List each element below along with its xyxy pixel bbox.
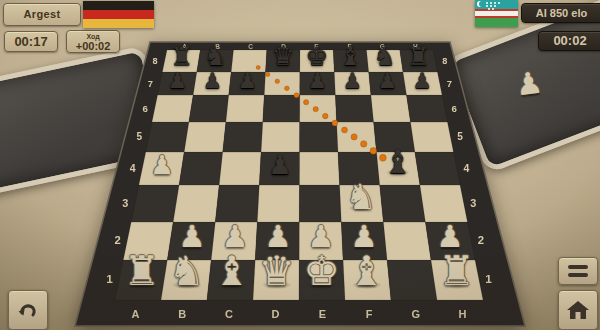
- piece-black-pawn-f7-glyph: ♟: [343, 70, 362, 92]
- undo-arrow-icon: [16, 298, 40, 322]
- move-bonus-badge: Ход +00:02: [66, 30, 120, 53]
- square-c3[interactable]: [215, 185, 259, 222]
- piece-black-king-e8-glyph: ♚: [306, 44, 329, 69]
- move-bonus-value: +00:02: [67, 41, 119, 52]
- square-b4[interactable]: [179, 152, 223, 185]
- file-label-bottom-b: B: [178, 308, 186, 320]
- piece-white-rook-h1-glyph: ♜: [438, 251, 474, 292]
- piece-black-pawn-h7-glyph: ♟: [413, 70, 432, 92]
- file-label-bottom-g: G: [411, 308, 420, 320]
- file-label-bottom-h: H: [458, 308, 466, 320]
- piece-black-pawn-e7-glyph: ♟: [308, 70, 327, 92]
- square-b5[interactable]: [184, 122, 226, 152]
- undo-button[interactable]: [8, 290, 48, 330]
- square-c4[interactable]: [219, 152, 261, 185]
- rank-label-right-6: 6: [452, 103, 458, 114]
- square-a3[interactable]: [131, 185, 179, 222]
- piece-black-pawn-d4-glyph: ♟: [268, 152, 291, 178]
- menu-bar-icon: [568, 273, 588, 277]
- square-a6[interactable]: [152, 95, 193, 122]
- rank-label-right-1: 1: [485, 272, 492, 286]
- piece-black-queen-d8-glyph: ♛: [272, 44, 295, 69]
- game-stage: AABBCCDDEEFFGGHH1122334455667788 ♜♞♛♚♝♞♜…: [0, 0, 600, 330]
- clock-white: 00:17: [4, 31, 58, 52]
- square-h3[interactable]: [420, 185, 468, 222]
- menu-button[interactable]: [558, 257, 598, 285]
- file-label-bottom-e: E: [319, 308, 326, 320]
- rank-label-left-7: 7: [148, 78, 153, 89]
- rank-label-left-2: 2: [114, 234, 120, 246]
- piece-white-king-e1-glyph: ♚: [303, 251, 339, 292]
- piece-black-pawn-a7-glyph: ♟: [168, 70, 187, 92]
- square-d5[interactable]: [261, 122, 300, 152]
- home-icon: [565, 297, 591, 323]
- file-label-bottom-d: D: [272, 308, 280, 320]
- square-h4[interactable]: [415, 152, 460, 185]
- square-h5[interactable]: [411, 122, 454, 152]
- piece-black-pawn-g7-glyph: ♟: [378, 70, 397, 92]
- square-e5[interactable]: [300, 122, 338, 152]
- square-e4[interactable]: [300, 152, 340, 185]
- rank-label-left-6: 6: [143, 103, 149, 114]
- captured-white-pawn-glyph: ♟: [514, 67, 545, 100]
- piece-black-bishop-f8-glyph: ♝: [339, 44, 362, 69]
- menu-bar-icon: [568, 265, 588, 269]
- square-c5[interactable]: [223, 122, 263, 152]
- move-bonus-label: Ход: [67, 33, 119, 40]
- piece-black-pawn-b7-glyph: ♟: [203, 70, 222, 92]
- germany-flag-icon: [83, 1, 154, 28]
- piece-black-rook-a8-glyph: ♜: [170, 44, 193, 69]
- rank-label-right-2: 2: [478, 234, 484, 246]
- piece-white-knight-f3-glyph: ♞: [345, 179, 377, 214]
- rank-label-right-7: 7: [447, 78, 452, 89]
- file-label-top-c: C: [248, 43, 253, 50]
- rank-label-left-5: 5: [136, 131, 142, 142]
- rank-label-right-8: 8: [442, 56, 447, 66]
- square-d6[interactable]: [263, 95, 300, 122]
- square-h6[interactable]: [407, 95, 448, 122]
- piece-black-pawn-c7-glyph: ♟: [238, 70, 257, 92]
- rank-label-left-1: 1: [106, 272, 113, 286]
- square-a5[interactable]: [146, 122, 189, 152]
- square-g1[interactable]: [387, 260, 437, 300]
- rank-label-left-8: 8: [153, 56, 158, 66]
- square-g6[interactable]: [371, 95, 411, 122]
- rank-label-left-4: 4: [130, 162, 136, 174]
- rank-label-left-3: 3: [122, 197, 128, 209]
- piece-black-rook-h8-glyph: ♜: [407, 44, 430, 69]
- piece-white-queen-d1-glyph: ♛: [258, 251, 294, 292]
- piece-white-bishop-c1-glyph: ♝: [213, 251, 249, 292]
- piece-white-rook-a1-glyph: ♜: [123, 251, 159, 292]
- square-b3[interactable]: [173, 185, 219, 222]
- player-name-white: Argest: [3, 3, 81, 26]
- square-f6[interactable]: [335, 95, 373, 122]
- piece-black-knight-g8-glyph: ♞: [373, 44, 396, 69]
- file-label-bottom-c: C: [225, 308, 233, 320]
- uzbekistan-flag-icon: [475, 0, 518, 27]
- piece-black-knight-b8-glyph: ♞: [204, 44, 227, 69]
- square-c6[interactable]: [226, 95, 264, 122]
- rank-label-right-4: 4: [463, 162, 469, 174]
- square-d3[interactable]: [257, 185, 299, 222]
- rank-label-right-5: 5: [457, 131, 463, 142]
- file-label-bottom-a: A: [131, 308, 139, 320]
- home-button[interactable]: [558, 290, 598, 330]
- rank-label-right-3: 3: [470, 197, 476, 209]
- square-g3[interactable]: [380, 185, 426, 222]
- piece-white-knight-b1-glyph: ♞: [168, 251, 204, 292]
- piece-white-bishop-f1-glyph: ♝: [348, 251, 384, 292]
- file-label-bottom-f: F: [366, 308, 373, 320]
- clock-black: 00:02: [538, 31, 600, 51]
- square-g2[interactable]: [383, 222, 431, 260]
- player-name-black: AI 850 elo: [521, 3, 600, 23]
- piece-white-pawn-a4-glyph: ♟: [150, 152, 173, 178]
- piece-black-bishop-g4-glyph: ♝: [383, 146, 412, 179]
- square-b6[interactable]: [189, 95, 229, 122]
- square-e3[interactable]: [299, 185, 341, 222]
